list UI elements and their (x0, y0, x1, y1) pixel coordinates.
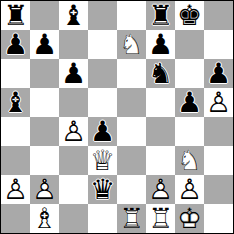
square-e5[interactable] (117, 88, 146, 117)
square-b1[interactable]: ♝♗ (30, 204, 59, 233)
piece-white-pawn: ♟♙ (204, 88, 233, 117)
square-g8[interactable]: ♚ (175, 1, 204, 30)
square-d6[interactable] (88, 59, 117, 88)
square-b8[interactable] (30, 1, 59, 30)
square-a6[interactable] (1, 59, 30, 88)
square-h4[interactable] (204, 117, 233, 146)
square-e2[interactable] (117, 175, 146, 204)
piece-white-pawn: ♟♙ (1, 175, 30, 204)
chess-board: ♜♝♜♚♟♟♞♘♟♟♞♟♝♟♟♙♟♙♟♛♕♞♘♟♙♟♙♛♟♙♟♙♝♗♜♖♜♖♚♔ (0, 0, 234, 234)
piece-black-knight: ♞ (146, 59, 175, 88)
square-f6[interactable]: ♞ (146, 59, 175, 88)
piece-black-pawn: ♟ (88, 117, 117, 146)
piece-white-bishop: ♝♗ (30, 204, 59, 233)
square-g2[interactable]: ♟♙ (175, 175, 204, 204)
square-h1[interactable] (204, 204, 233, 233)
square-a5[interactable]: ♝ (1, 88, 30, 117)
square-f1[interactable]: ♜♖ (146, 204, 175, 233)
square-e1[interactable]: ♜♖ (117, 204, 146, 233)
square-e7[interactable]: ♞♘ (117, 30, 146, 59)
square-a3[interactable] (1, 146, 30, 175)
square-h5[interactable]: ♟♙ (204, 88, 233, 117)
piece-white-king: ♚♔ (175, 204, 204, 233)
square-b2[interactable]: ♟♙ (30, 175, 59, 204)
piece-black-pawn: ♟ (1, 30, 30, 59)
piece-black-rook: ♜ (1, 1, 30, 30)
square-c5[interactable] (59, 88, 88, 117)
square-b6[interactable] (30, 59, 59, 88)
piece-white-rook: ♜♖ (117, 204, 146, 233)
square-h8[interactable] (204, 1, 233, 30)
square-f4[interactable] (146, 117, 175, 146)
square-d1[interactable] (88, 204, 117, 233)
square-d2[interactable]: ♛ (88, 175, 117, 204)
square-c8[interactable]: ♝ (59, 1, 88, 30)
square-e6[interactable] (117, 59, 146, 88)
piece-black-pawn: ♟ (30, 30, 59, 59)
square-a4[interactable] (1, 117, 30, 146)
square-b5[interactable] (30, 88, 59, 117)
square-d5[interactable] (88, 88, 117, 117)
square-b7[interactable]: ♟ (30, 30, 59, 59)
square-d4[interactable]: ♟ (88, 117, 117, 146)
square-d3[interactable]: ♛♕ (88, 146, 117, 175)
square-b3[interactable] (30, 146, 59, 175)
square-g5[interactable]: ♟ (175, 88, 204, 117)
square-c2[interactable] (59, 175, 88, 204)
piece-white-pawn: ♟♙ (175, 175, 204, 204)
piece-white-pawn: ♟♙ (146, 175, 175, 204)
square-c4[interactable]: ♟♙ (59, 117, 88, 146)
square-a1[interactable] (1, 204, 30, 233)
square-a8[interactable]: ♜ (1, 1, 30, 30)
piece-black-pawn: ♟ (146, 30, 175, 59)
piece-black-bishop: ♝ (1, 88, 30, 117)
square-f7[interactable]: ♟ (146, 30, 175, 59)
square-e3[interactable] (117, 146, 146, 175)
square-b4[interactable] (30, 117, 59, 146)
square-e8[interactable] (117, 1, 146, 30)
piece-white-knight: ♞♘ (117, 30, 146, 59)
square-g7[interactable] (175, 30, 204, 59)
square-g3[interactable]: ♞♘ (175, 146, 204, 175)
square-f3[interactable] (146, 146, 175, 175)
piece-black-bishop: ♝ (59, 1, 88, 30)
piece-black-king: ♚ (175, 1, 204, 30)
square-a2[interactable]: ♟♙ (1, 175, 30, 204)
square-g1[interactable]: ♚♔ (175, 204, 204, 233)
square-d8[interactable] (88, 1, 117, 30)
piece-white-knight: ♞♘ (175, 146, 204, 175)
piece-black-rook: ♜ (146, 1, 175, 30)
piece-white-queen: ♛♕ (88, 146, 117, 175)
square-h7[interactable] (204, 30, 233, 59)
square-c1[interactable] (59, 204, 88, 233)
square-a7[interactable]: ♟ (1, 30, 30, 59)
piece-black-pawn: ♟ (175, 88, 204, 117)
square-c6[interactable]: ♟ (59, 59, 88, 88)
square-h2[interactable] (204, 175, 233, 204)
piece-black-pawn: ♟ (59, 59, 88, 88)
square-g6[interactable] (175, 59, 204, 88)
piece-white-pawn: ♟♙ (59, 117, 88, 146)
piece-black-queen: ♛ (88, 175, 117, 204)
square-f5[interactable] (146, 88, 175, 117)
square-c7[interactable] (59, 30, 88, 59)
square-g4[interactable] (175, 117, 204, 146)
square-d7[interactable] (88, 30, 117, 59)
piece-white-pawn: ♟♙ (30, 175, 59, 204)
square-h6[interactable]: ♟ (204, 59, 233, 88)
square-f2[interactable]: ♟♙ (146, 175, 175, 204)
square-h3[interactable] (204, 146, 233, 175)
piece-black-pawn: ♟ (204, 59, 233, 88)
square-e4[interactable] (117, 117, 146, 146)
piece-white-rook: ♜♖ (146, 204, 175, 233)
square-f8[interactable]: ♜ (146, 1, 175, 30)
square-c3[interactable] (59, 146, 88, 175)
